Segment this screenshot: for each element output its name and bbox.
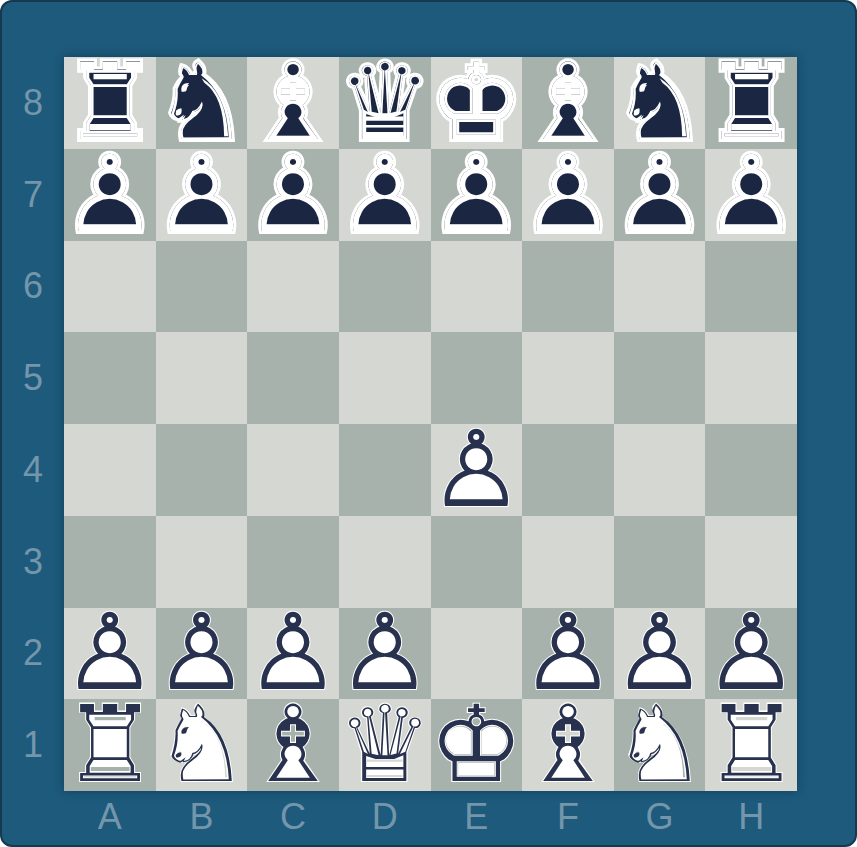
black-rook-glyph: ♖ [705,57,797,149]
white-pawn-glyph: ♟ [247,608,339,700]
rank-label-5: 5 [2,332,64,424]
black-pawn-piece[interactable]: ♟♟♙ [156,149,248,241]
square-c6[interactable] [247,241,339,333]
square-f8[interactable]: ♝♝♗ [522,57,614,149]
black-rook-piece[interactable]: ♜♜♖ [64,57,156,149]
black-knight-glyph: ♘ [614,57,706,149]
chess-app-frame: 87654321 ♜♜♖♞♞♘♝♝♗♛♛♕♚♚♔♝♝♗♞♞♘♜♜♖♟♟♙♟♟♙♟… [0,0,857,847]
white-pawn-glyph: ♟ [614,608,706,700]
black-pawn-glyph: ♟ [339,149,431,241]
square-e6[interactable] [431,241,523,333]
square-e3[interactable] [431,516,523,608]
square-f6[interactable] [522,241,614,333]
square-d1[interactable]: ♛♕ [339,699,431,791]
rank-label-3: 3 [2,516,64,608]
square-d8[interactable]: ♛♛♕ [339,57,431,149]
white-rook-glyph: ♜ [64,699,156,791]
square-c1[interactable]: ♝♗ [247,699,339,791]
black-knight-piece[interactable]: ♞♞♘ [156,57,248,149]
square-a4[interactable] [64,424,156,516]
black-king-glyph: ♚ [431,57,523,149]
white-pawn-glyph: ♙ [64,608,156,700]
black-pawn-piece[interactable]: ♟♟♙ [705,149,797,241]
square-c4[interactable] [247,424,339,516]
square-e2[interactable] [431,608,523,700]
black-knight-glyph: ♘ [156,57,248,149]
white-bishop-glyph: ♝ [522,699,614,791]
black-pawn-glyph: ♟ [64,149,156,241]
file-labels: ABCDEFGH [64,791,797,843]
file-label-f: F [522,791,614,843]
square-f2[interactable]: ♟♙ [522,608,614,700]
white-bishop-glyph: ♝ [247,699,339,791]
black-pawn-glyph: ♟ [156,149,248,241]
square-e4[interactable]: ♟♙ [431,424,523,516]
square-f3[interactable] [522,516,614,608]
white-queen-glyph: ♕ [339,699,431,791]
file-label-h: H [705,791,797,843]
square-h3[interactable] [705,516,797,608]
square-c7[interactable]: ♟♟♙ [247,149,339,241]
black-bishop-piece[interactable]: ♝♝♗ [522,57,614,149]
black-rook-glyph: ♜ [64,57,156,149]
black-pawn-glyph: ♟ [614,149,706,241]
square-b3[interactable] [156,516,248,608]
white-rook-glyph: ♖ [705,699,797,791]
square-e8[interactable]: ♚♚♔ [431,57,523,149]
white-knight-glyph: ♞ [614,699,706,791]
square-d7[interactable]: ♟♟♙ [339,149,431,241]
square-h2[interactable]: ♟♙ [705,608,797,700]
square-g6[interactable] [614,241,706,333]
rank-label-7: 7 [2,149,64,241]
square-f7[interactable]: ♟♟♙ [522,149,614,241]
rank-labels: 87654321 [2,57,64,791]
black-pawn-glyph: ♙ [705,149,797,241]
white-pawn-glyph: ♙ [247,608,339,700]
black-pawn-glyph: ♟ [522,149,614,241]
square-d6[interactable] [339,241,431,333]
rank-label-2: 2 [2,608,64,700]
black-pawn-glyph: ♟ [247,149,339,241]
black-pawn-piece[interactable]: ♟♟♙ [339,149,431,241]
black-knight-glyph: ♞ [156,57,248,149]
square-h6[interactable] [705,241,797,333]
square-f4[interactable] [522,424,614,516]
white-pawn-glyph: ♙ [339,608,431,700]
file-label-g: G [614,791,706,843]
black-pawn-piece[interactable]: ♟♟♙ [522,149,614,241]
black-bishop-glyph: ♝ [247,57,339,149]
square-f1[interactable]: ♝♗ [522,699,614,791]
file-label-b: B [156,791,248,843]
white-king-glyph: ♔ [431,699,523,791]
square-h5[interactable] [705,332,797,424]
black-knight-piece[interactable]: ♞♞♘ [614,57,706,149]
black-king-piece[interactable]: ♚♚♔ [431,57,523,149]
square-h7[interactable]: ♟♟♙ [705,149,797,241]
square-c5[interactable] [247,332,339,424]
black-knight-glyph: ♞ [156,57,248,149]
white-bishop-piece[interactable]: ♝♗ [522,699,614,791]
square-g3[interactable] [614,516,706,608]
white-bishop-glyph: ♗ [522,699,614,791]
square-e7[interactable]: ♟♟♙ [431,149,523,241]
black-rook-glyph: ♜ [705,57,797,149]
white-pawn-glyph: ♟ [156,608,248,700]
square-h4[interactable] [705,424,797,516]
square-a7[interactable]: ♟♟♙ [64,149,156,241]
black-pawn-glyph: ♙ [64,149,156,241]
black-king-glyph: ♚ [431,57,523,149]
black-pawn-piece[interactable]: ♟♟♙ [247,149,339,241]
square-a1[interactable]: ♜♖ [64,699,156,791]
white-bishop-glyph: ♗ [247,699,339,791]
square-e1[interactable]: ♚♔ [431,699,523,791]
black-pawn-glyph: ♟ [522,149,614,241]
white-rook-glyph: ♜ [705,699,797,791]
black-bishop-glyph: ♗ [247,57,339,149]
black-queen-glyph: ♕ [339,57,431,149]
square-b5[interactable] [156,332,248,424]
black-queen-glyph: ♛ [339,57,431,149]
square-g5[interactable] [614,332,706,424]
rank-label-1: 1 [2,699,64,791]
black-rook-glyph: ♖ [64,57,156,149]
black-bishop-glyph: ♝ [522,57,614,149]
white-pawn-glyph: ♟ [431,424,523,516]
file-label-c: C [247,791,339,843]
white-pawn-piece[interactable]: ♟♙ [705,608,797,700]
white-pawn-piece[interactable]: ♟♙ [156,608,248,700]
white-king-piece[interactable]: ♚♔ [431,699,523,791]
file-label-e: E [431,791,523,843]
square-h1[interactable]: ♜♖ [705,699,797,791]
white-king-glyph: ♚ [431,699,523,791]
black-pawn-glyph: ♙ [339,149,431,241]
square-b8[interactable]: ♞♞♘ [156,57,248,149]
square-a8[interactable]: ♜♜♖ [64,57,156,149]
white-rook-piece[interactable]: ♜♖ [64,699,156,791]
square-c8[interactable]: ♝♝♗ [247,57,339,149]
black-pawn-glyph: ♟ [339,149,431,241]
rank-label-8: 8 [2,57,64,149]
square-a2[interactable]: ♟♙ [64,608,156,700]
black-bishop-piece[interactable]: ♝♝♗ [247,57,339,149]
square-a5[interactable] [64,332,156,424]
square-g2[interactable]: ♟♙ [614,608,706,700]
black-pawn-glyph: ♙ [522,149,614,241]
square-b6[interactable] [156,241,248,333]
white-rook-glyph: ♖ [64,699,156,791]
square-a3[interactable] [64,516,156,608]
white-pawn-piece[interactable]: ♟♙ [339,608,431,700]
white-pawn-piece[interactable]: ♟♙ [522,608,614,700]
black-bishop-glyph: ♗ [522,57,614,149]
black-knight-glyph: ♞ [614,57,706,149]
black-pawn-glyph: ♟ [156,149,248,241]
square-d3[interactable] [339,516,431,608]
white-queen-piece[interactable]: ♛♕ [339,699,431,791]
black-pawn-glyph: ♙ [156,149,248,241]
file-label-d: D [339,791,431,843]
black-knight-glyph: ♞ [614,57,706,149]
black-bishop-glyph: ♝ [522,57,614,149]
white-pawn-glyph: ♟ [64,608,156,700]
white-knight-glyph: ♘ [614,699,706,791]
black-pawn-glyph: ♙ [614,149,706,241]
black-pawn-glyph: ♟ [614,149,706,241]
square-b2[interactable]: ♟♙ [156,608,248,700]
white-knight-glyph: ♞ [156,699,248,791]
rank-label-4: 4 [2,424,64,516]
black-rook-glyph: ♜ [64,57,156,149]
square-d4[interactable] [339,424,431,516]
square-b4[interactable] [156,424,248,516]
black-pawn-glyph: ♟ [64,149,156,241]
white-knight-piece[interactable]: ♞♘ [156,699,248,791]
chess-board[interactable]: ♜♜♖♞♞♘♝♝♗♛♛♕♚♚♔♝♝♗♞♞♘♜♜♖♟♟♙♟♟♙♟♟♙♟♟♙♟♟♙♟… [64,57,797,791]
square-a6[interactable] [64,241,156,333]
black-pawn-glyph: ♟ [247,149,339,241]
black-pawn-glyph: ♟ [431,149,523,241]
black-king-glyph: ♔ [431,57,523,149]
white-pawn-glyph: ♙ [522,608,614,700]
black-pawn-glyph: ♟ [431,149,523,241]
white-pawn-glyph: ♙ [705,608,797,700]
square-g4[interactable] [614,424,706,516]
square-b7[interactable]: ♟♟♙ [156,149,248,241]
white-pawn-glyph: ♟ [339,608,431,700]
black-pawn-piece[interactable]: ♟♟♙ [614,149,706,241]
black-pawn-glyph: ♟ [705,149,797,241]
white-pawn-glyph: ♙ [156,608,248,700]
black-rook-piece[interactable]: ♜♜♖ [705,57,797,149]
square-b1[interactable]: ♞♘ [156,699,248,791]
black-rook-glyph: ♜ [705,57,797,149]
rank-label-6: 6 [2,241,64,333]
square-c3[interactable] [247,516,339,608]
black-bishop-glyph: ♝ [247,57,339,149]
black-pawn-glyph: ♙ [247,149,339,241]
square-g7[interactable]: ♟♟♙ [614,149,706,241]
square-g1[interactable]: ♞♘ [614,699,706,791]
square-d2[interactable]: ♟♙ [339,608,431,700]
white-pawn-glyph: ♙ [614,608,706,700]
black-queen-glyph: ♛ [339,57,431,149]
black-pawn-glyph: ♙ [431,149,523,241]
white-pawn-piece[interactable]: ♟♙ [247,608,339,700]
black-queen-piece[interactable]: ♛♛♕ [339,57,431,149]
white-pawn-glyph: ♙ [431,424,523,516]
square-e5[interactable] [431,332,523,424]
file-label-a: A [64,791,156,843]
white-knight-glyph: ♘ [156,699,248,791]
square-d5[interactable] [339,332,431,424]
white-pawn-piece[interactable]: ♟♙ [614,608,706,700]
white-pawn-piece[interactable]: ♟♙ [64,608,156,700]
white-pawn-glyph: ♟ [705,608,797,700]
white-queen-glyph: ♛ [339,699,431,791]
white-pawn-glyph: ♟ [522,608,614,700]
white-bishop-piece[interactable]: ♝♗ [247,699,339,791]
square-g8[interactable]: ♞♞♘ [614,57,706,149]
square-c2[interactable]: ♟♙ [247,608,339,700]
white-pawn-piece[interactable]: ♟♙ [431,424,523,516]
black-pawn-piece[interactable]: ♟♟♙ [431,149,523,241]
square-f5[interactable] [522,332,614,424]
white-rook-piece[interactable]: ♜♖ [705,699,797,791]
white-knight-piece[interactable]: ♞♘ [614,699,706,791]
square-h8[interactable]: ♜♜♖ [705,57,797,149]
black-pawn-glyph: ♟ [705,149,797,241]
black-pawn-piece[interactable]: ♟♟♙ [64,149,156,241]
